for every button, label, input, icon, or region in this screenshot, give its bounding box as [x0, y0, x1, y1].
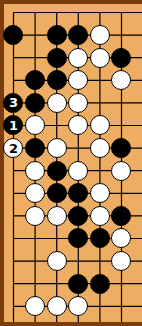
- intersection[interactable]: [46, 1, 68, 24]
- intersection[interactable]: [24, 159, 46, 182]
- intersection[interactable]: [3, 182, 25, 205]
- intersection[interactable]: [111, 159, 133, 182]
- intersection[interactable]: [46, 137, 68, 160]
- white-stone[interactable]: [25, 183, 45, 203]
- intersection[interactable]: [67, 114, 89, 137]
- white-stone[interactable]: [25, 296, 45, 316]
- white-stone[interactable]: [90, 25, 110, 45]
- intersection[interactable]: [46, 46, 68, 69]
- intersection[interactable]: [89, 24, 111, 47]
- white-stone[interactable]: [25, 115, 45, 135]
- intersection[interactable]: [67, 92, 89, 115]
- white-stone[interactable]: [111, 70, 131, 90]
- intersection[interactable]: [67, 250, 89, 273]
- white-stone[interactable]: [68, 48, 88, 68]
- black-stone[interactable]: [25, 70, 45, 90]
- intersection[interactable]: 3: [3, 92, 25, 115]
- intersection[interactable]: [67, 69, 89, 92]
- intersection[interactable]: [111, 46, 133, 69]
- intersection[interactable]: [24, 69, 46, 92]
- intersection[interactable]: 1: [3, 114, 25, 137]
- intersection[interactable]: [89, 227, 111, 250]
- intersection[interactable]: [46, 295, 68, 318]
- white-stone[interactable]: [68, 70, 88, 90]
- intersection[interactable]: [46, 272, 68, 295]
- intersection[interactable]: [24, 114, 46, 137]
- intersection[interactable]: [89, 92, 111, 115]
- move-number-label: 2: [9, 142, 18, 155]
- intersection[interactable]: [3, 272, 25, 295]
- intersection[interactable]: [111, 182, 133, 205]
- intersection[interactable]: [89, 205, 111, 228]
- intersection[interactable]: [24, 24, 46, 47]
- intersection[interactable]: [67, 182, 89, 205]
- black-stone[interactable]: [68, 25, 88, 45]
- intersection[interactable]: [89, 1, 111, 24]
- intersection[interactable]: [89, 295, 111, 318]
- black-stone[interactable]: [68, 274, 88, 294]
- intersection[interactable]: [46, 227, 68, 250]
- intersection[interactable]: [89, 182, 111, 205]
- black-stone[interactable]: [25, 138, 45, 158]
- intersection[interactable]: [89, 159, 111, 182]
- white-stone[interactable]: [90, 206, 110, 226]
- black-stone[interactable]: 3: [3, 93, 23, 113]
- intersection[interactable]: [89, 137, 111, 160]
- intersection[interactable]: [67, 159, 89, 182]
- intersection[interactable]: [46, 250, 68, 273]
- black-stone[interactable]: [47, 25, 67, 45]
- white-stone[interactable]: [90, 138, 110, 158]
- intersection[interactable]: [3, 295, 25, 318]
- intersection[interactable]: [3, 24, 25, 47]
- white-stone[interactable]: [90, 183, 110, 203]
- white-stone[interactable]: [25, 161, 45, 181]
- black-stone[interactable]: [47, 161, 67, 181]
- black-stone[interactable]: [68, 206, 88, 226]
- white-stone[interactable]: [90, 115, 110, 135]
- black-stone[interactable]: [111, 138, 131, 158]
- intersection[interactable]: [67, 227, 89, 250]
- intersection[interactable]: [111, 24, 133, 47]
- black-stone[interactable]: [47, 183, 67, 203]
- intersection[interactable]: [111, 227, 133, 250]
- intersection[interactable]: [67, 272, 89, 295]
- intersection[interactable]: [24, 46, 46, 69]
- intersection[interactable]: [111, 114, 133, 137]
- intersection[interactable]: [24, 137, 46, 160]
- white-stone[interactable]: [25, 206, 45, 226]
- black-stone[interactable]: [68, 228, 88, 248]
- intersection[interactable]: [111, 92, 133, 115]
- black-stone[interactable]: [111, 206, 131, 226]
- intersection[interactable]: [111, 205, 133, 228]
- intersection[interactable]: [24, 250, 46, 273]
- intersection[interactable]: [111, 1, 133, 24]
- intersection[interactable]: 2: [3, 137, 25, 160]
- white-stone[interactable]: [111, 228, 131, 248]
- white-stone[interactable]: [68, 115, 88, 135]
- white-stone[interactable]: [47, 251, 67, 271]
- move-number-label: 1: [9, 119, 18, 132]
- black-stone[interactable]: [25, 93, 45, 113]
- intersection[interactable]: [3, 46, 25, 69]
- intersection[interactable]: [46, 92, 68, 115]
- intersection[interactable]: [67, 1, 89, 24]
- intersection[interactable]: [111, 250, 133, 273]
- black-stone[interactable]: [3, 25, 23, 45]
- intersection[interactable]: [24, 92, 46, 115]
- intersection[interactable]: [89, 114, 111, 137]
- intersection[interactable]: [89, 272, 111, 295]
- intersection[interactable]: [111, 69, 133, 92]
- black-stone[interactable]: [90, 228, 110, 248]
- white-stone[interactable]: [68, 161, 88, 181]
- intersection[interactable]: [89, 46, 111, 69]
- intersection[interactable]: [24, 227, 46, 250]
- white-stone[interactable]: [111, 251, 131, 271]
- intersection[interactable]: [67, 46, 89, 69]
- intersection[interactable]: [3, 205, 25, 228]
- intersection[interactable]: [89, 250, 111, 273]
- white-stone[interactable]: [47, 93, 67, 113]
- white-stone[interactable]: 2: [3, 138, 23, 158]
- intersection[interactable]: [3, 250, 25, 273]
- white-stone[interactable]: [111, 161, 131, 181]
- intersection[interactable]: [3, 227, 25, 250]
- intersection[interactable]: [67, 24, 89, 47]
- intersection[interactable]: [24, 272, 46, 295]
- intersection[interactable]: [24, 1, 46, 24]
- go-board-diagram: 312: [0, 0, 142, 326]
- white-stone[interactable]: [68, 296, 88, 316]
- black-stone[interactable]: [111, 48, 131, 68]
- black-stone[interactable]: 1: [3, 115, 23, 135]
- black-stone[interactable]: [47, 70, 67, 90]
- intersection[interactable]: [46, 114, 68, 137]
- intersection[interactable]: [46, 24, 68, 47]
- intersection[interactable]: [46, 69, 68, 92]
- white-stone[interactable]: [47, 206, 67, 226]
- intersection[interactable]: [67, 295, 89, 318]
- white-stone[interactable]: [47, 138, 67, 158]
- intersection[interactable]: [46, 205, 68, 228]
- black-stone[interactable]: [68, 183, 88, 203]
- intersection[interactable]: [24, 295, 46, 318]
- intersection[interactable]: [67, 205, 89, 228]
- intersection[interactable]: [111, 137, 133, 160]
- black-stone[interactable]: [47, 48, 67, 68]
- intersection[interactable]: [46, 159, 68, 182]
- black-stone[interactable]: [90, 274, 110, 294]
- intersection[interactable]: [111, 272, 133, 295]
- move-number-label: 3: [9, 96, 18, 109]
- intersection[interactable]: [89, 69, 111, 92]
- intersection[interactable]: [111, 295, 133, 318]
- intersection[interactable]: [3, 1, 25, 24]
- white-stone[interactable]: [68, 93, 88, 113]
- intersection[interactable]: [67, 137, 89, 160]
- intersection[interactable]: [3, 159, 25, 182]
- board-grid: 312: [3, 1, 133, 317]
- intersection[interactable]: [3, 69, 25, 92]
- white-stone[interactable]: [90, 48, 110, 68]
- intersection[interactable]: [46, 182, 68, 205]
- white-stone[interactable]: [47, 296, 67, 316]
- intersection[interactable]: [24, 205, 46, 228]
- intersection[interactable]: [24, 182, 46, 205]
